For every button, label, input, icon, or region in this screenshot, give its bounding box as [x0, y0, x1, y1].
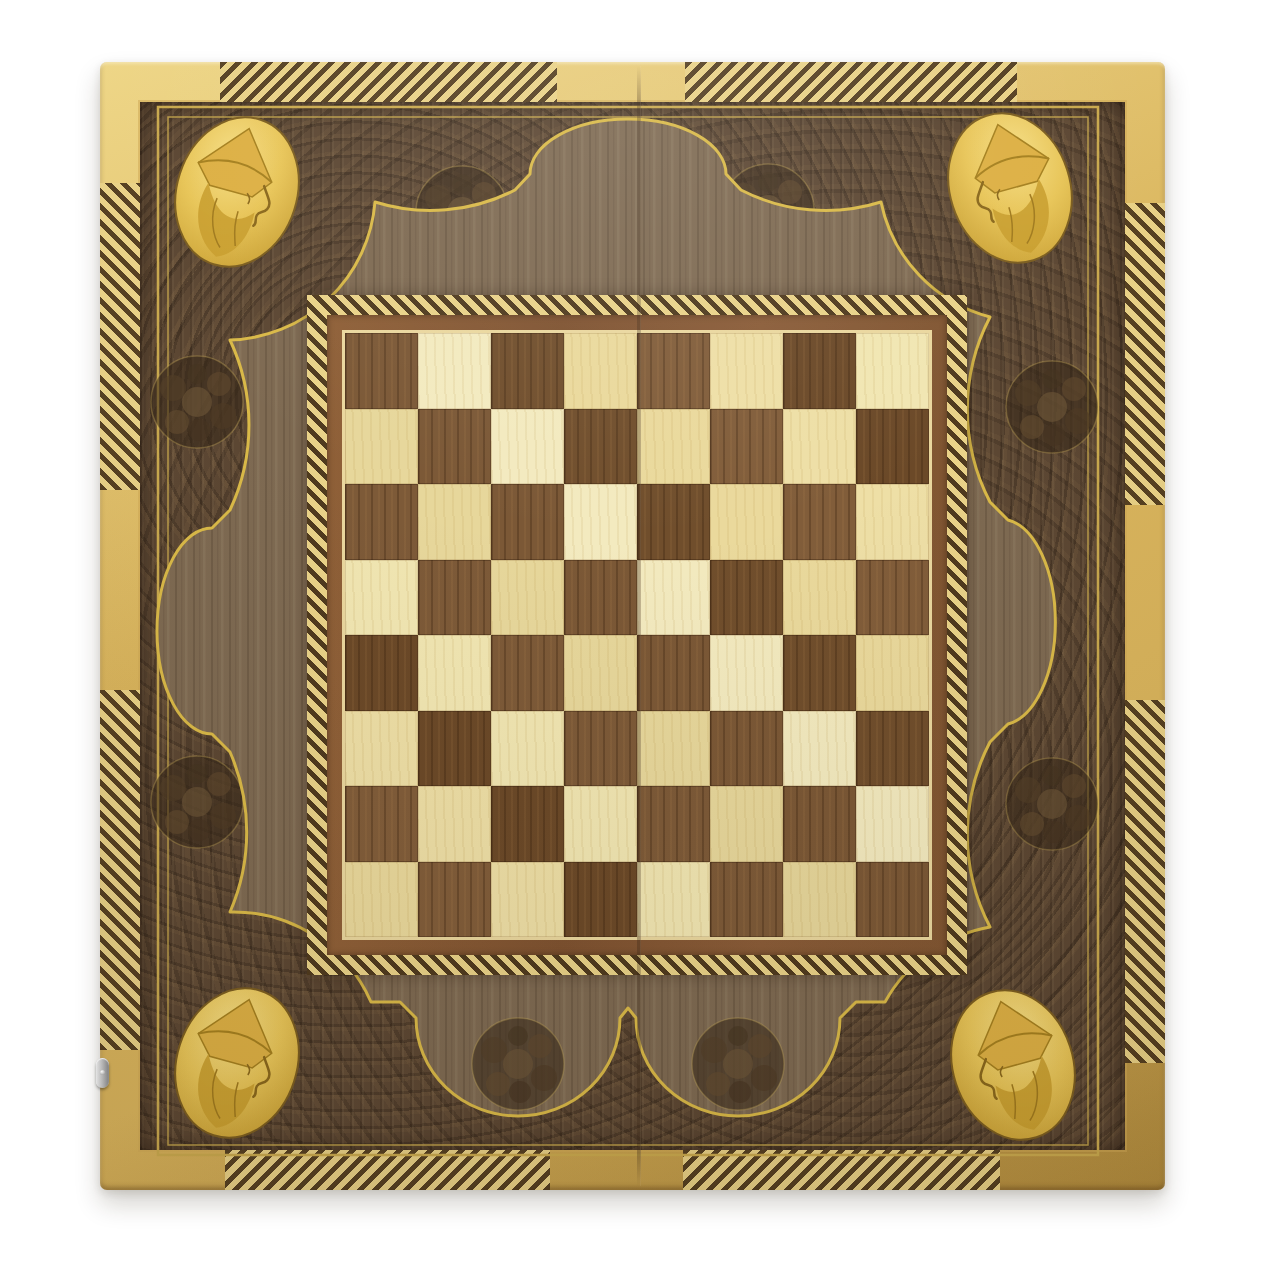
square-b7[interactable] [418, 409, 491, 485]
square-h5[interactable] [856, 560, 929, 636]
square-d2[interactable] [564, 786, 637, 862]
square-c6[interactable] [491, 484, 564, 560]
square-d5[interactable] [564, 560, 637, 636]
checkerboard [345, 333, 929, 937]
square-g4[interactable] [783, 635, 856, 711]
square-c4[interactable] [491, 635, 564, 711]
square-e8[interactable] [637, 333, 710, 409]
square-a3[interactable] [345, 711, 418, 787]
square-c1[interactable] [491, 862, 564, 938]
square-a8[interactable] [345, 333, 418, 409]
square-c7[interactable] [491, 409, 564, 485]
square-a6[interactable] [345, 484, 418, 560]
square-a2[interactable] [345, 786, 418, 862]
square-h4[interactable] [856, 635, 929, 711]
square-c3[interactable] [491, 711, 564, 787]
square-f7[interactable] [710, 409, 783, 485]
center-block [307, 295, 967, 975]
square-e1[interactable] [637, 862, 710, 938]
square-c8[interactable] [491, 333, 564, 409]
frame-stripe-inlay-top-left [220, 62, 557, 102]
square-g6[interactable] [783, 484, 856, 560]
square-g5[interactable] [783, 560, 856, 636]
square-a5[interactable] [345, 560, 418, 636]
square-h6[interactable] [856, 484, 929, 560]
square-g3[interactable] [783, 711, 856, 787]
square-b1[interactable] [418, 862, 491, 938]
chess-board-case [100, 62, 1165, 1190]
square-e2[interactable] [637, 786, 710, 862]
square-f5[interactable] [710, 560, 783, 636]
square-c5[interactable] [491, 560, 564, 636]
square-d3[interactable] [564, 711, 637, 787]
square-a4[interactable] [345, 635, 418, 711]
square-g1[interactable] [783, 862, 856, 938]
square-d4[interactable] [564, 635, 637, 711]
square-f1[interactable] [710, 862, 783, 938]
square-b5[interactable] [418, 560, 491, 636]
square-h1[interactable] [856, 862, 929, 938]
center-striped-border [307, 295, 967, 975]
square-f6[interactable] [710, 484, 783, 560]
square-b6[interactable] [418, 484, 491, 560]
frame-stripe-inlay-left-upper [100, 183, 140, 490]
square-f2[interactable] [710, 786, 783, 862]
frame-stripe-inlay-top-right [685, 62, 1017, 102]
square-a7[interactable] [345, 409, 418, 485]
frame-stripe-inlay-bottom-right [683, 1150, 1000, 1190]
square-f3[interactable] [710, 711, 783, 787]
square-f8[interactable] [710, 333, 783, 409]
square-b2[interactable] [418, 786, 491, 862]
square-g7[interactable] [783, 409, 856, 485]
square-b3[interactable] [418, 711, 491, 787]
square-e4[interactable] [637, 635, 710, 711]
photo-stage [0, 0, 1280, 1280]
square-a1[interactable] [345, 862, 418, 938]
square-g8[interactable] [783, 333, 856, 409]
hinge-latch-icon [96, 1058, 109, 1088]
square-e6[interactable] [637, 484, 710, 560]
square-f4[interactable] [710, 635, 783, 711]
square-h2[interactable] [856, 786, 929, 862]
square-d8[interactable] [564, 333, 637, 409]
frame-stripe-inlay-right-lower [1125, 700, 1165, 1063]
square-h3[interactable] [856, 711, 929, 787]
center-walnut-frame [327, 315, 947, 955]
square-e3[interactable] [637, 711, 710, 787]
square-d7[interactable] [564, 409, 637, 485]
frame-stripe-inlay-right-upper [1125, 203, 1165, 505]
square-h7[interactable] [856, 409, 929, 485]
frame-stripe-inlay-left-lower [100, 690, 140, 1050]
center-cream-pinline [342, 330, 932, 940]
square-c2[interactable] [491, 786, 564, 862]
square-b8[interactable] [418, 333, 491, 409]
square-e7[interactable] [637, 409, 710, 485]
square-g2[interactable] [783, 786, 856, 862]
square-e5[interactable] [637, 560, 710, 636]
square-d6[interactable] [564, 484, 637, 560]
square-h8[interactable] [856, 333, 929, 409]
square-b4[interactable] [418, 635, 491, 711]
square-d1[interactable] [564, 862, 637, 938]
frame-stripe-inlay-bottom-left [225, 1150, 550, 1190]
